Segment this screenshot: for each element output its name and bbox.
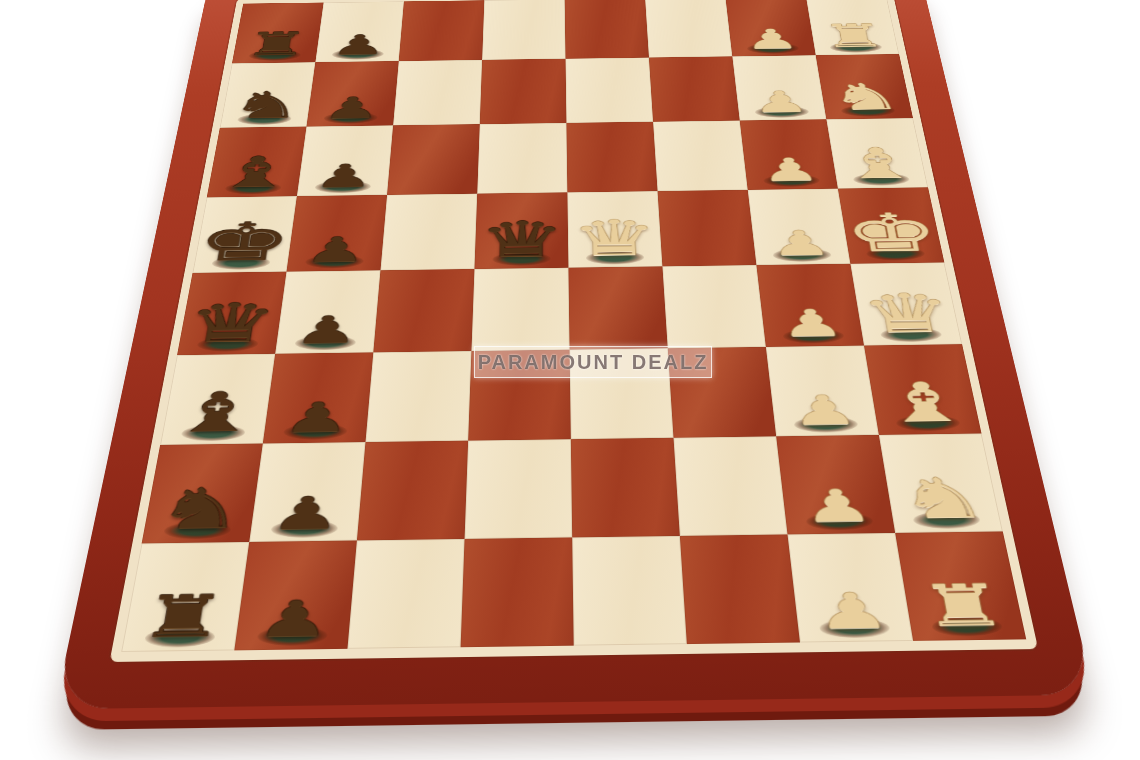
square-g7[interactable]: ♟ [306,61,398,127]
square-c2[interactable]: ♟ [766,346,879,437]
black-pawn[interactable]: ♟ [269,491,343,537]
square-e8[interactable]: ♚ [193,196,297,273]
white-pawn[interactable]: ♟ [813,586,892,636]
square-b2[interactable]: ♟ [776,435,895,535]
square-f2[interactable]: ♟ [740,119,838,190]
square-a5[interactable] [461,537,574,647]
square-a8[interactable]: ♜ [121,542,249,652]
square-b8[interactable]: ♞ [142,443,263,543]
square-g3[interactable] [649,56,740,121]
white-rook[interactable]: ♜ [916,577,1011,635]
white-pawn[interactable]: ♟ [768,226,833,261]
square-c8[interactable]: ♝ [160,354,275,445]
square-h1[interactable]: ♜ [806,0,899,55]
square-b7[interactable]: ♟ [249,442,365,542]
square-g5[interactable] [480,59,567,124]
black-rook[interactable]: ♜ [243,28,311,60]
square-h3[interactable] [645,0,732,58]
black-pawn[interactable]: ♟ [330,31,387,59]
square-d5[interactable] [471,268,569,351]
square-f6[interactable] [387,124,480,195]
white-knight[interactable]: ♞ [894,470,992,527]
black-pawn[interactable]: ♟ [303,232,367,267]
board-grid: ♜♟♟♜♞♟♟♞♝♟♟♝♚♟♛♛♟♚♛♟♟♛♝♟♟♝♞♟♟♞♜♟♟♜ [121,0,1026,652]
square-a6[interactable] [347,539,464,649]
square-f8[interactable]: ♝ [207,127,307,198]
square-e5[interactable]: ♛ [474,192,568,269]
square-b5[interactable] [465,439,573,539]
square-b3[interactable] [674,436,788,536]
black-pawn[interactable]: ♟ [322,93,381,123]
white-bishop[interactable]: ♝ [836,142,921,185]
square-g8[interactable]: ♞ [220,62,316,128]
white-pawn[interactable]: ♟ [789,390,861,432]
black-pawn[interactable]: ♟ [313,160,374,192]
square-g1[interactable]: ♞ [816,54,913,119]
black-rook[interactable]: ♜ [136,587,230,646]
square-h5[interactable] [482,0,565,60]
white-knight[interactable]: ♞ [827,78,904,115]
square-d6[interactable] [373,269,474,352]
square-a1[interactable]: ♜ [895,531,1026,641]
white-queen[interactable]: ♛ [570,213,659,263]
black-bishop[interactable]: ♝ [168,385,264,440]
white-king[interactable]: ♚ [841,206,944,260]
square-b4[interactable] [571,438,680,538]
square-h8[interactable]: ♜ [232,3,324,64]
board-inner-frame: ♜♟♟♜♞♟♟♞♝♟♟♝♚♟♛♛♟♚♛♟♟♛♝♟♟♝♞♟♟♞♜♟♟♜ [110,0,1039,662]
square-e3[interactable] [658,190,757,267]
square-d8[interactable]: ♛ [177,272,286,356]
square-e4[interactable]: ♛ [567,191,662,268]
white-bishop[interactable]: ♝ [876,375,974,430]
square-b6[interactable] [357,441,468,541]
square-a4[interactable] [572,536,687,646]
square-h4[interactable] [565,0,649,59]
square-g2[interactable]: ♟ [732,55,826,120]
white-queen[interactable]: ♛ [857,286,958,341]
square-f5[interactable] [477,123,567,194]
square-h2[interactable]: ♟ [725,0,815,56]
square-h7[interactable]: ♟ [315,1,404,62]
square-e7[interactable]: ♟ [286,195,387,272]
square-d2[interactable]: ♟ [756,264,864,347]
watermark-band: PARAMOUNT DEALZ [474,346,712,378]
black-queen[interactable]: ♛ [477,214,565,264]
square-a2[interactable]: ♟ [788,533,914,643]
black-pawn[interactable]: ♟ [293,311,360,349]
square-c7[interactable]: ♟ [263,352,373,443]
black-knight[interactable]: ♞ [228,87,304,125]
square-d7[interactable]: ♟ [275,270,380,353]
white-pawn[interactable]: ♟ [751,87,811,117]
white-pawn[interactable]: ♟ [759,154,821,186]
square-d4[interactable] [568,266,667,349]
square-f4[interactable] [566,122,657,193]
watermark-text: PARAMOUNT DEALZ [478,351,709,374]
black-bishop[interactable]: ♝ [213,151,297,194]
board-scene: ♜♟♟♜♞♟♟♞♝♟♟♝♚♟♛♛♟♚♛♟♟♛♝♟♟♝♞♟♟♞♜♟♟♜ [0,0,1140,760]
square-g4[interactable] [566,58,654,123]
square-f1[interactable]: ♝ [826,118,928,188]
square-e6[interactable] [380,194,477,271]
black-king[interactable]: ♚ [193,215,294,269]
square-a7[interactable]: ♟ [234,540,357,650]
square-e2[interactable]: ♟ [748,189,851,265]
black-pawn[interactable]: ♟ [281,397,351,439]
white-pawn[interactable]: ♟ [743,25,800,53]
black-knight[interactable]: ♞ [152,480,248,537]
product-photo: ♜♟♟♜♞♟♟♞♝♟♟♝♚♟♛♛♟♚♛♟♟♛♝♟♟♝♞♟♟♞♜♟♟♜ PARAM… [0,0,1140,760]
white-rook[interactable]: ♜ [820,20,888,52]
square-h6[interactable] [399,0,485,61]
white-pawn[interactable]: ♟ [778,304,846,342]
square-c1[interactable]: ♝ [864,344,982,435]
square-g6[interactable] [393,60,482,125]
square-a3[interactable] [680,534,800,644]
black-pawn[interactable]: ♟ [255,594,333,644]
square-f7[interactable]: ♟ [297,125,393,196]
square-e1[interactable]: ♚ [838,187,944,263]
square-d1[interactable]: ♛ [850,262,962,345]
black-queen[interactable]: ♛ [181,296,281,351]
square-b1[interactable]: ♞ [879,433,1003,532]
square-f3[interactable] [653,121,748,192]
square-d3[interactable] [662,265,765,348]
square-c6[interactable] [365,351,471,442]
white-pawn[interactable]: ♟ [800,483,875,529]
